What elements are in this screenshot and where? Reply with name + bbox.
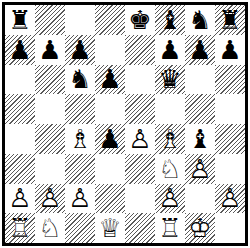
black-king: ♚ [125, 5, 155, 35]
square-e4[interactable]: ♟♙ [125, 124, 155, 154]
black-queen: ♛ [155, 65, 185, 95]
square-a8[interactable]: ♜ [5, 5, 35, 35]
square-h4[interactable] [215, 124, 245, 154]
square-b7[interactable]: ♟ [35, 35, 65, 65]
square-b6[interactable] [35, 65, 65, 95]
square-d6[interactable]: ♟ [95, 65, 125, 95]
square-g6[interactable] [185, 65, 215, 95]
square-a4[interactable] [5, 124, 35, 154]
white-queen: ♛♕ [95, 213, 125, 243]
square-f1[interactable]: ♜♖ [155, 213, 185, 243]
square-c8[interactable] [65, 5, 95, 35]
square-c4[interactable]: ♝♗ [65, 124, 95, 154]
square-c3[interactable] [65, 154, 95, 184]
black-knight: ♞ [65, 65, 95, 95]
square-g5[interactable] [185, 94, 215, 124]
black-pawn: ♟ [65, 35, 95, 65]
square-e1[interactable] [125, 213, 155, 243]
square-f5[interactable] [155, 94, 185, 124]
square-h8[interactable]: ♜ [215, 5, 245, 35]
square-g4[interactable]: ♝ [185, 124, 215, 154]
white-knight: ♞♘ [35, 213, 65, 243]
square-g8[interactable]: ♞ [185, 5, 215, 35]
square-d8[interactable] [95, 5, 125, 35]
square-e5[interactable] [125, 94, 155, 124]
white-bishop: ♝♗ [155, 124, 185, 154]
white-pawn: ♟♙ [35, 184, 65, 214]
square-h1[interactable] [215, 213, 245, 243]
black-bishop: ♝ [155, 5, 185, 35]
white-pawn: ♟♙ [5, 184, 35, 214]
white-pawn: ♟♙ [215, 184, 245, 214]
square-f2[interactable]: ♟♙ [155, 184, 185, 214]
square-d5[interactable] [95, 94, 125, 124]
square-c2[interactable]: ♟♙ [65, 184, 95, 214]
square-e2[interactable] [125, 184, 155, 214]
square-h6[interactable] [215, 65, 245, 95]
square-a3[interactable] [5, 154, 35, 184]
black-rook: ♜ [5, 5, 35, 35]
black-bishop: ♝ [185, 124, 215, 154]
square-f4[interactable]: ♝♗ [155, 124, 185, 154]
white-pawn: ♟♙ [155, 184, 185, 214]
square-e6[interactable] [125, 65, 155, 95]
black-knight: ♞ [185, 5, 215, 35]
chess-diagram: ♜♚♝♞♜♟♟♟♟♟♟♞♟♛♝♗♟♟♙♝♗♝♞♘♟♙♟♙♟♙♟♙♟♙♟♙♜♖♞♘… [0, 0, 250, 248]
square-f3[interactable]: ♞♘ [155, 154, 185, 184]
square-g2[interactable] [185, 184, 215, 214]
square-f8[interactable]: ♝ [155, 5, 185, 35]
square-b3[interactable] [35, 154, 65, 184]
square-d7[interactable] [95, 35, 125, 65]
square-a6[interactable] [5, 65, 35, 95]
square-b8[interactable] [35, 5, 65, 35]
square-c5[interactable] [65, 94, 95, 124]
square-e3[interactable] [125, 154, 155, 184]
square-b1[interactable]: ♞♘ [35, 213, 65, 243]
black-pawn: ♟ [155, 35, 185, 65]
black-pawn: ♟ [95, 124, 125, 154]
white-bishop: ♝♗ [65, 124, 95, 154]
square-g3[interactable]: ♟♙ [185, 154, 215, 184]
white-rook: ♜♖ [5, 213, 35, 243]
square-h2[interactable]: ♟♙ [215, 184, 245, 214]
white-king: ♚♔ [185, 213, 215, 243]
chess-board: ♜♚♝♞♜♟♟♟♟♟♟♞♟♛♝♗♟♟♙♝♗♝♞♘♟♙♟♙♟♙♟♙♟♙♟♙♜♖♞♘… [2, 2, 248, 246]
square-d2[interactable] [95, 184, 125, 214]
square-a7[interactable]: ♟ [5, 35, 35, 65]
black-pawn: ♟ [5, 35, 35, 65]
black-pawn: ♟ [35, 35, 65, 65]
square-b5[interactable] [35, 94, 65, 124]
white-pawn: ♟♙ [65, 184, 95, 214]
square-f6[interactable]: ♛ [155, 65, 185, 95]
square-d3[interactable] [95, 154, 125, 184]
square-c7[interactable]: ♟ [65, 35, 95, 65]
white-pawn: ♟♙ [185, 154, 215, 184]
black-rook: ♜ [215, 5, 245, 35]
square-h5[interactable] [215, 94, 245, 124]
white-knight: ♞♘ [155, 154, 185, 184]
black-pawn: ♟ [95, 65, 125, 95]
white-rook: ♜♖ [155, 213, 185, 243]
square-a1[interactable]: ♜♖ [5, 213, 35, 243]
white-pawn: ♟♙ [125, 124, 155, 154]
square-d4[interactable]: ♟ [95, 124, 125, 154]
square-b4[interactable] [35, 124, 65, 154]
square-h7[interactable]: ♟ [215, 35, 245, 65]
square-c6[interactable]: ♞ [65, 65, 95, 95]
square-h3[interactable] [215, 154, 245, 184]
square-g7[interactable]: ♟ [185, 35, 215, 65]
square-f7[interactable]: ♟ [155, 35, 185, 65]
square-a5[interactable] [5, 94, 35, 124]
square-e7[interactable] [125, 35, 155, 65]
square-b2[interactable]: ♟♙ [35, 184, 65, 214]
square-a2[interactable]: ♟♙ [5, 184, 35, 214]
square-c1[interactable] [65, 213, 95, 243]
square-e8[interactable]: ♚ [125, 5, 155, 35]
square-g1[interactable]: ♚♔ [185, 213, 215, 243]
black-pawn: ♟ [185, 35, 215, 65]
square-d1[interactable]: ♛♕ [95, 213, 125, 243]
black-pawn: ♟ [215, 35, 245, 65]
